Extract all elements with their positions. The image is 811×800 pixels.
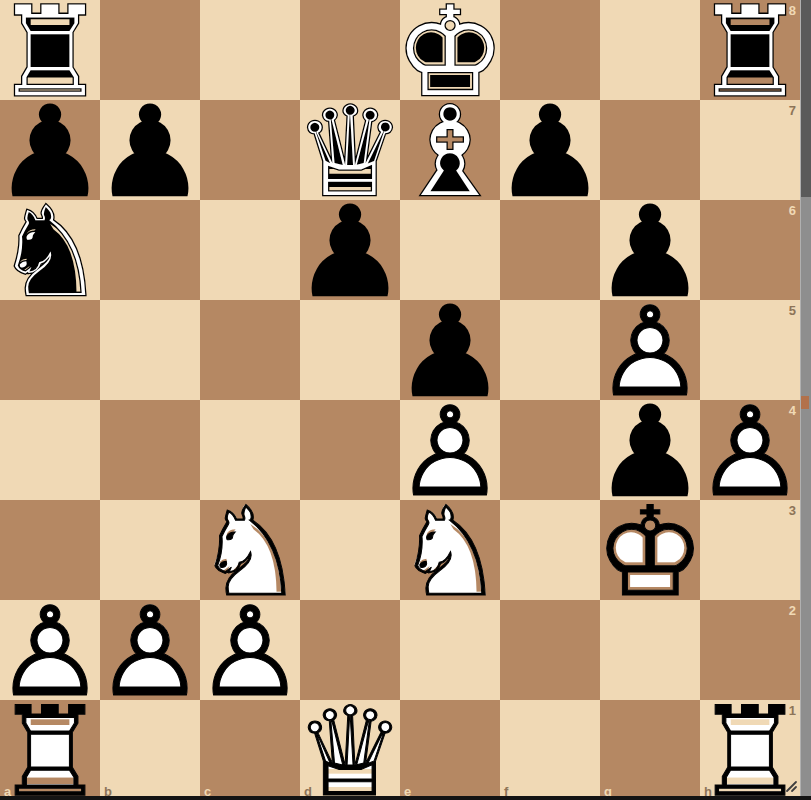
square-g8[interactable] [600,0,700,100]
square-d4[interactable] [300,400,400,500]
piece-glyph: ♟ [500,102,600,202]
piece-glyph: ♜ [0,2,100,102]
square-f8[interactable] [500,0,600,100]
piece-glyph: ♙ [0,602,100,702]
square-c6[interactable] [200,200,300,300]
piece-glyph: ♟ [100,602,200,702]
square-b6[interactable] [100,200,200,300]
square-e2[interactable] [400,600,500,700]
square-b2[interactable]: ♟♙ [100,600,200,700]
square-d3[interactable] [300,500,400,600]
piece-glyph: ♟ [200,602,300,702]
square-f5[interactable] [500,300,600,400]
piece-glyph: ♘ [0,202,100,302]
piece-white-king[interactable]: ♚♔ [600,500,700,600]
square-e7[interactable]: ♝♗♗ [400,100,500,200]
square-d8[interactable] [300,0,400,100]
square-g4[interactable]: ♟♙ [600,400,700,500]
piece-black-pawn[interactable]: ♟♙ [600,200,700,300]
square-d7[interactable]: ♛♕♕ [300,100,400,200]
square-e4[interactable]: ♟♙ [400,400,500,500]
square-h2[interactable]: 2 [700,600,800,700]
piece-glyph: ♕ [300,702,400,800]
piece-black-queen[interactable]: ♛♕♕ [300,100,400,200]
square-f4[interactable] [500,400,600,500]
square-f1[interactable]: f [500,700,600,800]
piece-glyph: ♚ [400,2,500,102]
square-f2[interactable] [500,600,600,700]
scrollbar-marker [801,396,809,409]
piece-glyph: ♙ [600,202,700,302]
square-c3[interactable]: ♞♘ [200,500,300,600]
square-f6[interactable] [500,200,600,300]
square-a1[interactable]: ♜♖a [0,700,100,800]
piece-glyph: ♔ [400,2,500,102]
piece-white-pawn[interactable]: ♟♙ [400,400,500,500]
piece-glyph: ♟ [600,302,700,402]
piece-white-rook[interactable]: ♜♖ [0,700,100,800]
piece-black-knight[interactable]: ♞♘♘ [0,200,100,300]
piece-glyph: ♙ [500,102,600,202]
piece-glyph: ♙ [400,302,500,402]
piece-glyph: ♙ [600,302,700,402]
square-e6[interactable] [400,200,500,300]
piece-glyph: ♘ [0,202,100,302]
square-d2[interactable] [300,600,400,700]
square-c7[interactable] [200,100,300,200]
piece-white-knight[interactable]: ♞♘ [400,500,500,600]
coord-rank-7: 7 [789,104,796,117]
square-g6[interactable]: ♟♙ [600,200,700,300]
square-b4[interactable] [100,400,200,500]
square-h8[interactable]: ♜♖♖8 [700,0,800,100]
piece-glyph: ♖ [0,2,100,102]
piece-glyph: ♔ [400,2,500,102]
piece-glyph: ♙ [100,102,200,202]
piece-black-pawn[interactable]: ♟♙ [500,100,600,200]
scrollbar-track[interactable] [800,0,811,800]
piece-glyph: ♟ [700,402,800,502]
square-e5[interactable]: ♟♙ [400,300,500,400]
piece-white-pawn[interactable]: ♟♙ [700,400,800,500]
square-c8[interactable] [200,0,300,100]
square-a5[interactable] [0,300,100,400]
piece-black-rook[interactable]: ♜♖♖ [700,0,800,100]
square-g3[interactable]: ♚♔ [600,500,700,600]
coord-rank-6: 6 [789,204,796,217]
piece-black-pawn[interactable]: ♟♙ [100,100,200,200]
piece-glyph: ♖ [700,2,800,102]
piece-glyph: ♙ [700,402,800,502]
piece-white-pawn[interactable]: ♟♙ [100,600,200,700]
piece-glyph: ♖ [0,702,100,800]
square-h5[interactable]: 5 [700,300,800,400]
coord-rank-2: 2 [789,604,796,617]
piece-glyph: ♘ [200,502,300,602]
square-b5[interactable] [100,300,200,400]
square-h4[interactable]: ♟♙4 [700,400,800,500]
piece-glyph: ♙ [100,602,200,702]
piece-glyph: ♜ [0,702,100,800]
piece-glyph: ♘ [400,502,500,602]
square-a7[interactable]: ♟♙ [0,100,100,200]
square-h6[interactable]: 6 [700,200,800,300]
piece-glyph: ♝ [400,102,500,202]
piece-glyph: ♙ [600,402,700,502]
square-b1[interactable]: b [100,700,200,800]
square-e8[interactable]: ♚♔♔ [400,0,500,100]
square-g2[interactable] [600,600,700,700]
piece-black-pawn[interactable]: ♟♙ [0,100,100,200]
square-f3[interactable] [500,500,600,600]
square-b7[interactable]: ♟♙ [100,100,200,200]
piece-white-pawn[interactable]: ♟♙ [0,600,100,700]
piece-white-queen[interactable]: ♛♕ [300,700,400,800]
piece-white-knight[interactable]: ♞♘ [200,500,300,600]
piece-black-rook[interactable]: ♜♖♖ [0,0,100,100]
chess-app: ♜♖♖♚♔♔♜♖♖8♟♙♟♙♛♕♕♝♗♗♟♙7♞♘♘♟♙♟♙6♟♙♟♙5♟♙♟♙… [0,0,811,800]
square-b3[interactable] [100,500,200,600]
piece-black-pawn[interactable]: ♟♙ [600,400,700,500]
square-a2[interactable]: ♟♙ [0,600,100,700]
square-d1[interactable]: ♛♕d [300,700,400,800]
square-b8[interactable] [100,0,200,100]
piece-white-pawn[interactable]: ♟♙ [200,600,300,700]
piece-glyph: ♖ [0,2,100,102]
piece-glyph: ♗ [400,102,500,202]
square-g7[interactable] [600,100,700,200]
square-d6[interactable]: ♟♙ [300,200,400,300]
square-h3[interactable]: 3 [700,500,800,600]
square-c2[interactable]: ♟♙ [200,600,300,700]
square-e3[interactable]: ♞♘ [400,500,500,600]
piece-glyph: ♞ [0,202,100,302]
piece-glyph: ♜ [700,2,800,102]
piece-glyph: ♟ [0,602,100,702]
piece-glyph: ♕ [300,102,400,202]
bottom-divider [0,796,811,800]
piece-glyph: ♙ [0,102,100,202]
piece-black-king[interactable]: ♚♔♔ [400,0,500,100]
piece-glyph: ♙ [400,402,500,502]
piece-glyph: ♟ [0,102,100,202]
piece-glyph: ♕ [300,102,400,202]
piece-glyph: ♟ [400,302,500,402]
piece-glyph: ♟ [100,102,200,202]
piece-glyph: ♙ [300,202,400,302]
square-a3[interactable] [0,500,100,600]
square-a8[interactable]: ♜♖♖ [0,0,100,100]
piece-glyph: ♟ [600,402,700,502]
scrollbar-thumb[interactable] [801,0,811,197]
piece-black-pawn[interactable]: ♟♙ [300,200,400,300]
chess-board[interactable]: ♜♖♖♚♔♔♜♖♖8♟♙♟♙♛♕♕♝♗♗♟♙7♞♘♘♟♙♟♙6♟♙♟♙5♟♙♟♙… [0,0,800,800]
square-d5[interactable] [300,300,400,400]
piece-glyph: ♟ [400,402,500,502]
board-resize-handle[interactable] [781,776,799,794]
coord-rank-3: 3 [789,504,796,517]
square-h7[interactable]: 7 [700,100,800,200]
piece-glyph: ♖ [700,2,800,102]
piece-glyph: ♞ [200,502,300,602]
square-c4[interactable] [200,400,300,500]
square-a4[interactable] [0,400,100,500]
piece-glyph: ♗ [400,102,500,202]
piece-glyph: ♙ [200,602,300,702]
piece-glyph: ♟ [600,202,700,302]
square-f7[interactable]: ♟♙ [500,100,600,200]
square-c5[interactable] [200,300,300,400]
piece-white-pawn[interactable]: ♟♙ [600,300,700,400]
square-a6[interactable]: ♞♘♘ [0,200,100,300]
piece-glyph: ♛ [300,102,400,202]
square-g1[interactable]: g [600,700,700,800]
coord-rank-5: 5 [789,304,796,317]
square-e1[interactable]: e [400,700,500,800]
piece-glyph: ♞ [400,502,500,602]
piece-glyph: ♔ [600,502,700,602]
piece-black-bishop[interactable]: ♝♗♗ [400,100,500,200]
piece-glyph: ♟ [300,202,400,302]
square-g5[interactable]: ♟♙ [600,300,700,400]
piece-glyph: ♚ [600,502,700,602]
piece-black-pawn[interactable]: ♟♙ [400,300,500,400]
piece-glyph: ♛ [300,702,400,800]
square-c1[interactable]: c [200,700,300,800]
